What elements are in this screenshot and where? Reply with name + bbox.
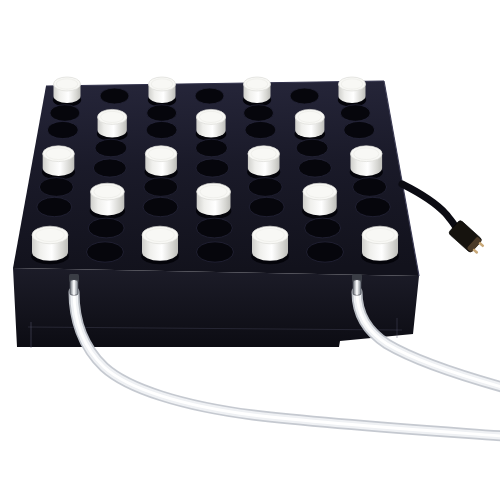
open-well bbox=[144, 178, 178, 197]
cap-top bbox=[43, 146, 75, 162]
open-well bbox=[249, 197, 284, 216]
fitting-glint bbox=[356, 280, 358, 295]
open-well bbox=[37, 197, 72, 216]
open-well bbox=[87, 242, 124, 262]
cap-top bbox=[197, 183, 231, 200]
cap-top bbox=[362, 226, 398, 244]
open-well bbox=[47, 121, 78, 138]
vial-cap bbox=[97, 109, 128, 141]
open-well bbox=[299, 159, 332, 177]
vial-cap bbox=[90, 183, 125, 219]
open-well bbox=[248, 178, 282, 197]
open-well bbox=[196, 159, 229, 177]
vial-cap bbox=[31, 226, 69, 264]
vial-cap bbox=[302, 183, 337, 219]
open-well bbox=[100, 88, 129, 104]
cap-top bbox=[248, 146, 280, 162]
open-well bbox=[95, 139, 127, 157]
open-well bbox=[195, 88, 224, 104]
cap-top bbox=[351, 146, 383, 162]
vial-cap bbox=[148, 77, 176, 107]
cap-top bbox=[142, 226, 178, 244]
cap-top bbox=[303, 183, 337, 200]
vial-cap bbox=[350, 146, 383, 180]
open-well bbox=[50, 105, 80, 122]
open-well bbox=[344, 121, 375, 138]
vial-cap bbox=[294, 109, 325, 141]
open-well bbox=[197, 242, 234, 262]
open-well bbox=[353, 178, 387, 197]
cap-top bbox=[32, 226, 68, 244]
open-well bbox=[147, 105, 177, 122]
left-barb-fitting bbox=[69, 274, 79, 295]
cap-top bbox=[145, 146, 177, 162]
vial-cap bbox=[145, 146, 178, 180]
open-well bbox=[143, 197, 178, 216]
vial-cap bbox=[247, 146, 280, 180]
open-well bbox=[39, 178, 73, 197]
vial-cap bbox=[42, 146, 75, 180]
open-well bbox=[307, 242, 344, 262]
right-barb-fitting bbox=[352, 274, 362, 295]
open-well bbox=[245, 121, 276, 138]
open-well bbox=[196, 218, 232, 238]
vial-cap bbox=[361, 226, 399, 264]
vial-cap bbox=[196, 183, 231, 219]
cap-top bbox=[91, 183, 125, 200]
vial-cap bbox=[338, 77, 366, 107]
cord-cable bbox=[402, 184, 455, 226]
cap-top bbox=[252, 226, 288, 244]
open-well bbox=[290, 88, 319, 104]
vial-block-photo bbox=[0, 0, 500, 500]
power-cord bbox=[402, 184, 487, 257]
product-photo bbox=[0, 0, 500, 500]
open-well bbox=[340, 105, 370, 122]
open-well bbox=[355, 197, 390, 216]
open-well bbox=[296, 139, 328, 157]
vial-cap bbox=[141, 226, 179, 264]
vial-cap bbox=[196, 109, 227, 141]
vial-cap bbox=[53, 77, 81, 107]
vial-cap bbox=[251, 226, 289, 264]
open-well bbox=[88, 218, 124, 238]
open-well bbox=[244, 105, 274, 122]
fitting-glint bbox=[73, 280, 75, 295]
open-well bbox=[93, 159, 126, 177]
vial-cap bbox=[243, 77, 271, 107]
open-well bbox=[305, 218, 341, 238]
open-well bbox=[146, 121, 177, 138]
open-well bbox=[196, 139, 228, 157]
